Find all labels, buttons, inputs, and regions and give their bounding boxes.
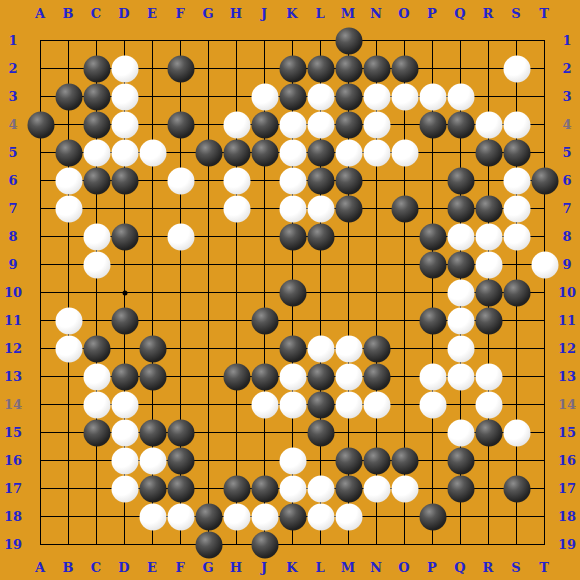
- stone-white-K6: [279, 167, 306, 194]
- stone-black-O7: [391, 195, 418, 222]
- coord-row-right-5: 5: [562, 146, 571, 159]
- stone-white-O5: [391, 139, 418, 166]
- coord-row-right-15: 15: [558, 426, 576, 439]
- coord-row-left-14: 14: [4, 398, 22, 411]
- coord-row-right-13: 13: [558, 370, 576, 383]
- stone-white-Q11: [447, 307, 474, 334]
- stone-black-Q16: [447, 447, 474, 474]
- stone-white-S15: [503, 419, 530, 446]
- stone-black-P18: [419, 503, 446, 530]
- stone-black-K10: [279, 279, 306, 306]
- coord-col-top-F: F: [175, 7, 184, 20]
- stone-black-B3: [55, 83, 82, 110]
- stone-black-N2: [363, 55, 390, 82]
- coord-col-top-S: S: [511, 7, 520, 20]
- coord-col-bottom-N: N: [370, 561, 382, 574]
- stone-white-E5: [139, 139, 166, 166]
- coord-row-right-7: 7: [562, 202, 571, 215]
- stone-black-S5: [503, 139, 530, 166]
- stone-black-C15: [83, 419, 110, 446]
- stone-white-Q12: [447, 335, 474, 362]
- stone-white-M12: [335, 335, 362, 362]
- stone-black-J13: [251, 363, 278, 390]
- coord-row-left-1: 1: [8, 34, 17, 47]
- stone-white-D15: [111, 419, 138, 446]
- stone-black-L8: [307, 223, 334, 250]
- stone-white-M18: [335, 503, 362, 530]
- stone-black-F2: [167, 55, 194, 82]
- stone-black-C4: [83, 111, 110, 138]
- stone-black-P9: [419, 251, 446, 278]
- stone-white-H6: [223, 167, 250, 194]
- stone-white-H18: [223, 503, 250, 530]
- stone-white-N3: [363, 83, 390, 110]
- stone-black-L5: [307, 139, 334, 166]
- stone-black-G18: [195, 503, 222, 530]
- stone-black-R7: [475, 195, 502, 222]
- stone-white-R14: [475, 391, 502, 418]
- stone-black-Q9: [447, 251, 474, 278]
- stone-black-J5: [251, 139, 278, 166]
- coord-col-bottom-M: M: [341, 561, 355, 574]
- stone-white-D3: [111, 83, 138, 110]
- coord-row-left-9: 9: [8, 258, 17, 271]
- stone-black-G19: [195, 531, 222, 558]
- stone-white-Q10: [447, 279, 474, 306]
- coord-col-bottom-Q: Q: [454, 561, 465, 574]
- stone-white-L12: [307, 335, 334, 362]
- stone-white-N5: [363, 139, 390, 166]
- coord-row-left-15: 15: [4, 426, 22, 439]
- stone-white-B12: [55, 335, 82, 362]
- coord-row-left-4: 4: [8, 118, 17, 131]
- stone-black-L2: [307, 55, 334, 82]
- stone-white-S8: [503, 223, 530, 250]
- stone-white-D14: [111, 391, 138, 418]
- coord-row-right-1: 1: [562, 34, 571, 47]
- stone-white-K7: [279, 195, 306, 222]
- stone-black-F15: [167, 419, 194, 446]
- coord-row-left-5: 5: [8, 146, 17, 159]
- stone-black-E12: [139, 335, 166, 362]
- stone-white-B6: [55, 167, 82, 194]
- stone-white-S7: [503, 195, 530, 222]
- stone-black-E15: [139, 419, 166, 446]
- stone-black-L6: [307, 167, 334, 194]
- coord-col-top-R: R: [483, 7, 494, 20]
- stone-black-Q4: [447, 111, 474, 138]
- stone-black-M6: [335, 167, 362, 194]
- stone-black-O16: [391, 447, 418, 474]
- coord-row-left-6: 6: [8, 174, 17, 187]
- stone-black-D11: [111, 307, 138, 334]
- coord-row-left-8: 8: [8, 230, 17, 243]
- coord-col-bottom-L: L: [315, 561, 324, 574]
- stone-white-M13: [335, 363, 362, 390]
- stone-white-D5: [111, 139, 138, 166]
- stone-white-L17: [307, 475, 334, 502]
- stone-white-S4: [503, 111, 530, 138]
- coord-row-right-16: 16: [558, 454, 576, 467]
- coord-col-bottom-S: S: [511, 561, 520, 574]
- coord-col-top-P: P: [427, 7, 437, 20]
- stone-white-H7: [223, 195, 250, 222]
- coord-col-bottom-K: K: [286, 561, 297, 574]
- stone-black-M7: [335, 195, 362, 222]
- stone-white-R8: [475, 223, 502, 250]
- coord-row-left-17: 17: [4, 482, 22, 495]
- coord-row-left-2: 2: [8, 62, 17, 75]
- stone-white-Q3: [447, 83, 474, 110]
- stone-white-N4: [363, 111, 390, 138]
- stone-white-Q15: [447, 419, 474, 446]
- stone-black-F4: [167, 111, 194, 138]
- coord-row-left-13: 13: [4, 370, 22, 383]
- coord-col-bottom-A: A: [35, 561, 45, 574]
- coord-row-left-10: 10: [4, 286, 22, 299]
- coord-row-right-6: 6: [562, 174, 571, 187]
- stone-white-D17: [111, 475, 138, 502]
- stone-black-Q17: [447, 475, 474, 502]
- stone-black-M2: [335, 55, 362, 82]
- stone-white-O17: [391, 475, 418, 502]
- coord-col-bottom-C: C: [91, 561, 101, 574]
- coord-row-right-17: 17: [558, 482, 576, 495]
- grid-vertical-line: [544, 40, 545, 545]
- stone-black-T6: [531, 167, 558, 194]
- stone-black-D8: [111, 223, 138, 250]
- stone-black-Q7: [447, 195, 474, 222]
- coord-col-top-H: H: [230, 7, 242, 20]
- stone-black-S10: [503, 279, 530, 306]
- stone-white-D16: [111, 447, 138, 474]
- coord-col-bottom-J: J: [261, 561, 267, 574]
- coord-row-right-8: 8: [562, 230, 571, 243]
- stone-black-N12: [363, 335, 390, 362]
- stone-black-K2: [279, 55, 306, 82]
- go-board[interactable]: AABBCCDDEEFFGGHHJJKKLLMMNNOOPPQQRRSSTT11…: [0, 0, 580, 580]
- coord-col-top-T: T: [539, 7, 549, 20]
- stone-black-N16: [363, 447, 390, 474]
- stone-black-R11: [475, 307, 502, 334]
- coord-row-left-3: 3: [8, 90, 17, 103]
- stone-black-R15: [475, 419, 502, 446]
- stone-white-P13: [419, 363, 446, 390]
- stone-black-G5: [195, 139, 222, 166]
- coord-row-left-12: 12: [4, 342, 22, 355]
- stone-black-S17: [503, 475, 530, 502]
- stone-white-L3: [307, 83, 334, 110]
- stone-black-J19: [251, 531, 278, 558]
- coord-col-top-B: B: [63, 7, 74, 20]
- stone-black-P11: [419, 307, 446, 334]
- stone-white-J14: [251, 391, 278, 418]
- stone-white-J18: [251, 503, 278, 530]
- stone-white-M14: [335, 391, 362, 418]
- stone-black-J4: [251, 111, 278, 138]
- coord-row-right-4: 4: [562, 118, 571, 131]
- stone-white-C14: [83, 391, 110, 418]
- stone-white-R13: [475, 363, 502, 390]
- coord-col-top-D: D: [118, 7, 129, 20]
- stone-black-K3: [279, 83, 306, 110]
- stone-white-F18: [167, 503, 194, 530]
- coord-row-right-11: 11: [558, 314, 576, 327]
- stone-black-F16: [167, 447, 194, 474]
- coord-col-bottom-T: T: [539, 561, 549, 574]
- star-point-D10: [122, 290, 127, 295]
- stone-black-H5: [223, 139, 250, 166]
- coord-row-right-3: 3: [562, 90, 571, 103]
- stone-black-M1: [335, 27, 362, 54]
- stone-black-P8: [419, 223, 446, 250]
- stone-white-K14: [279, 391, 306, 418]
- stone-black-M17: [335, 475, 362, 502]
- stone-white-M5: [335, 139, 362, 166]
- coord-col-bottom-D: D: [118, 561, 129, 574]
- stone-white-E18: [139, 503, 166, 530]
- stone-black-H17: [223, 475, 250, 502]
- coord-row-left-11: 11: [4, 314, 22, 327]
- stone-black-M4: [335, 111, 362, 138]
- coord-col-bottom-P: P: [427, 561, 437, 574]
- coord-row-right-14: 14: [558, 398, 576, 411]
- stone-white-C5: [83, 139, 110, 166]
- coord-row-right-18: 18: [558, 510, 576, 523]
- stone-white-L18: [307, 503, 334, 530]
- stone-white-T9: [531, 251, 558, 278]
- stone-black-C3: [83, 83, 110, 110]
- stone-black-K18: [279, 503, 306, 530]
- stone-white-E16: [139, 447, 166, 474]
- stone-black-M16: [335, 447, 362, 474]
- coord-col-top-N: N: [370, 7, 382, 20]
- stone-black-L15: [307, 419, 334, 446]
- coord-col-top-A: A: [35, 7, 45, 20]
- coord-row-left-7: 7: [8, 202, 17, 215]
- stone-white-L7: [307, 195, 334, 222]
- stone-white-F8: [167, 223, 194, 250]
- stone-white-J3: [251, 83, 278, 110]
- stone-white-S2: [503, 55, 530, 82]
- stone-black-N13: [363, 363, 390, 390]
- coord-row-right-2: 2: [562, 62, 571, 75]
- coord-row-right-10: 10: [558, 286, 576, 299]
- stone-white-D4: [111, 111, 138, 138]
- stone-white-D2: [111, 55, 138, 82]
- stone-black-R5: [475, 139, 502, 166]
- coord-col-top-L: L: [315, 7, 324, 20]
- stone-white-Q8: [447, 223, 474, 250]
- stone-white-R9: [475, 251, 502, 278]
- stone-black-K8: [279, 223, 306, 250]
- stone-white-L4: [307, 111, 334, 138]
- stone-black-J17: [251, 475, 278, 502]
- coord-col-top-Q: Q: [454, 7, 465, 20]
- stone-white-P14: [419, 391, 446, 418]
- coord-col-top-J: J: [261, 7, 267, 20]
- coord-col-bottom-R: R: [483, 561, 494, 574]
- coord-row-left-18: 18: [4, 510, 22, 523]
- stone-white-Q13: [447, 363, 474, 390]
- stone-white-K13: [279, 363, 306, 390]
- coord-col-top-O: O: [398, 7, 409, 20]
- stone-white-S6: [503, 167, 530, 194]
- stone-black-K12: [279, 335, 306, 362]
- stone-white-N14: [363, 391, 390, 418]
- coord-col-top-E: E: [147, 7, 157, 20]
- stone-black-L13: [307, 363, 334, 390]
- coord-col-top-K: K: [286, 7, 297, 20]
- coord-col-top-G: G: [202, 7, 213, 20]
- stone-black-R10: [475, 279, 502, 306]
- stone-white-K17: [279, 475, 306, 502]
- stone-black-B5: [55, 139, 82, 166]
- coord-row-left-16: 16: [4, 454, 22, 467]
- stone-white-R4: [475, 111, 502, 138]
- stone-black-C12: [83, 335, 110, 362]
- stone-white-N17: [363, 475, 390, 502]
- stone-black-C2: [83, 55, 110, 82]
- coord-row-right-9: 9: [562, 258, 571, 271]
- stone-white-K16: [279, 447, 306, 474]
- stone-black-E17: [139, 475, 166, 502]
- stone-black-Q6: [447, 167, 474, 194]
- coord-col-bottom-G: G: [202, 561, 213, 574]
- stone-black-A4: [27, 111, 54, 138]
- grid-horizontal-line: [40, 544, 545, 545]
- stone-black-C6: [83, 167, 110, 194]
- stone-black-D6: [111, 167, 138, 194]
- stone-black-H13: [223, 363, 250, 390]
- coord-col-bottom-E: E: [147, 561, 157, 574]
- stone-black-M3: [335, 83, 362, 110]
- stone-black-P4: [419, 111, 446, 138]
- stone-white-K4: [279, 111, 306, 138]
- stone-white-K5: [279, 139, 306, 166]
- stone-black-L14: [307, 391, 334, 418]
- coord-col-bottom-H: H: [230, 561, 242, 574]
- stone-black-J11: [251, 307, 278, 334]
- stone-white-P3: [419, 83, 446, 110]
- stone-white-B7: [55, 195, 82, 222]
- stone-white-H4: [223, 111, 250, 138]
- coord-row-left-19: 19: [4, 538, 22, 551]
- coord-col-bottom-B: B: [63, 561, 74, 574]
- coord-row-right-19: 19: [558, 538, 576, 551]
- stone-white-C13: [83, 363, 110, 390]
- coord-col-top-C: C: [91, 7, 101, 20]
- stone-white-O3: [391, 83, 418, 110]
- coord-row-right-12: 12: [558, 342, 576, 355]
- stone-black-E13: [139, 363, 166, 390]
- stone-white-F6: [167, 167, 194, 194]
- stone-white-C9: [83, 251, 110, 278]
- coord-col-bottom-O: O: [398, 561, 409, 574]
- stone-black-F17: [167, 475, 194, 502]
- stone-black-O2: [391, 55, 418, 82]
- stone-black-D13: [111, 363, 138, 390]
- stone-white-B11: [55, 307, 82, 334]
- coord-col-bottom-F: F: [175, 561, 184, 574]
- stone-white-C8: [83, 223, 110, 250]
- coord-col-top-M: M: [341, 7, 355, 20]
